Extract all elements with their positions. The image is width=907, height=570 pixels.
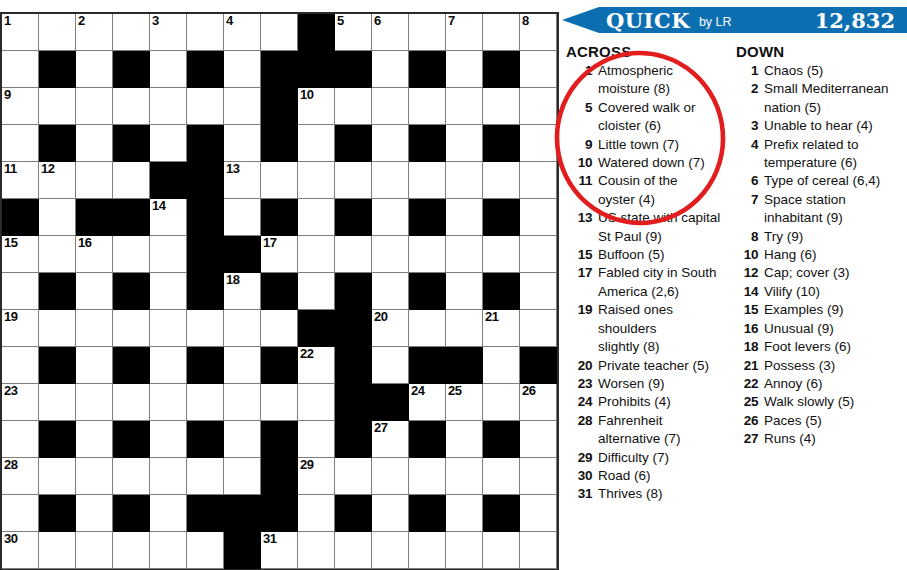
white-cell[interactable] [76,532,113,569]
clue-item[interactable]: 29Difficulty (7) [566,449,738,467]
cell-number: 2 [78,14,85,28]
white-cell[interactable] [187,384,224,421]
white-cell[interactable] [520,88,557,125]
white-cell[interactable] [150,310,187,347]
white-cell[interactable] [446,162,483,199]
clue-item[interactable]: 13US state with capital St Paul (9) [566,209,738,246]
black-cell [39,347,76,384]
clue-text: Atmospheric moisture (8) [598,62,738,99]
white-cell[interactable] [409,458,446,495]
white-cell[interactable] [446,88,483,125]
white-cell[interactable] [76,162,113,199]
clue-item[interactable]: 26Paces (5) [736,412,907,430]
clue-number: 25 [736,393,764,411]
clue-number: 26 [736,412,764,430]
white-cell[interactable] [446,236,483,273]
clue-item[interactable]: 30Road (6) [566,467,738,485]
white-cell[interactable]: 24 [409,384,446,421]
black-cell [335,421,372,458]
clue-item[interactable]: 2Small Mediterranean nation (5) [736,80,907,117]
cell-number: 19 [4,310,17,324]
clue-number: 10 [736,246,764,264]
white-cell[interactable] [298,384,335,421]
clue-item[interactable]: 22Annoy (6) [736,375,907,393]
clue-item[interactable]: 3Unable to hear (4) [736,117,907,135]
white-cell[interactable] [483,532,520,569]
white-cell[interactable] [224,88,261,125]
clue-text: Difficulty (7) [598,449,738,467]
white-cell[interactable]: 20 [372,310,409,347]
white-cell[interactable] [224,125,261,162]
clue-text: Examples (9) [764,301,907,319]
clue-item[interactable]: 16Unusual (9) [736,320,907,338]
clue-item[interactable]: 10Hang (6) [736,246,907,264]
white-cell[interactable] [409,88,446,125]
clue-item[interactable]: 15Buffoon (5) [566,246,738,264]
white-cell[interactable]: 18 [224,273,261,310]
clue-item[interactable]: 5Covered walk or cloister (6) [566,99,738,136]
clue-text: Small Mediterranean nation (5) [764,80,907,117]
black-cell [187,347,224,384]
clue-number: 15 [736,301,764,319]
white-cell[interactable] [446,273,483,310]
clue-text: Road (6) [598,467,738,485]
white-cell[interactable] [520,236,557,273]
white-cell[interactable]: 17 [261,236,298,273]
clue-text: Fahrenheit alternative (7) [598,412,738,449]
white-cell[interactable] [372,162,409,199]
black-cell [409,51,446,88]
white-cell[interactable] [2,125,39,162]
black-cell [483,421,520,458]
white-cell[interactable]: 22 [298,347,335,384]
white-cell[interactable] [335,88,372,125]
clue-item[interactable]: 6Type of cereal (6,4) [736,172,907,190]
white-cell[interactable] [150,347,187,384]
clue-text: Thrives (8) [598,485,738,503]
white-cell[interactable] [113,14,150,51]
white-cell[interactable] [335,162,372,199]
white-cell[interactable] [372,273,409,310]
white-cell[interactable] [372,199,409,236]
white-cell[interactable] [298,199,335,236]
white-cell[interactable] [483,162,520,199]
down-clue-list: 1Chaos (5)2Small Mediterranean nation (5… [736,62,907,449]
black-cell [261,495,298,532]
white-cell[interactable] [372,51,409,88]
clue-item[interactable]: 27Runs (4) [736,430,907,448]
white-cell[interactable]: 9 [2,88,39,125]
black-cell [483,273,520,310]
clue-number: 28 [566,412,598,449]
cell-number: 9 [4,88,11,102]
white-cell[interactable]: 10 [298,88,335,125]
white-cell[interactable] [150,51,187,88]
clue-number: 22 [736,375,764,393]
down-heading: DOWN [736,44,907,60]
white-cell[interactable] [446,125,483,162]
clue-number: 1 [736,62,764,80]
black-cell [261,347,298,384]
white-cell[interactable] [224,347,261,384]
clue-item[interactable]: 1Atmospheric moisture (8) [566,62,738,99]
white-cell[interactable] [113,532,150,569]
white-cell[interactable] [446,495,483,532]
cell-number: 1 [4,14,11,28]
white-cell[interactable] [150,273,187,310]
white-cell[interactable]: 8 [520,14,557,51]
cell-number: 3 [152,14,159,28]
across-clue-list: 1Atmospheric moisture (8)5Covered walk o… [566,62,738,504]
white-cell[interactable]: 2 [76,14,113,51]
black-cell [224,495,261,532]
white-cell[interactable]: 1 [2,14,39,51]
clue-number: 23 [566,375,598,393]
clue-item[interactable]: 18Foot levers (6) [736,338,907,356]
clue-item[interactable]: 15Examples (9) [736,301,907,319]
cell-number: 14 [152,199,165,213]
white-cell[interactable] [224,51,261,88]
cell-number: 13 [226,162,239,176]
white-cell[interactable] [335,458,372,495]
white-cell[interactable] [446,310,483,347]
white-cell[interactable] [224,310,261,347]
white-cell[interactable] [372,88,409,125]
white-cell[interactable] [76,51,113,88]
white-cell[interactable] [187,458,224,495]
white-cell[interactable] [76,273,113,310]
white-cell[interactable] [483,14,520,51]
puzzle-number: 12,832 [815,10,907,31]
white-cell[interactable] [372,458,409,495]
black-cell [261,458,298,495]
clue-item[interactable]: 25Walk slowly (5) [736,393,907,411]
clue-number: 13 [566,209,598,246]
clue-number: 16 [736,320,764,338]
white-cell[interactable] [446,532,483,569]
black-cell [372,384,409,421]
clue-item[interactable]: 14Vilify (10) [736,283,907,301]
clue-text: Prefix related to temperature (6) [764,136,907,173]
white-cell[interactable] [187,14,224,51]
black-cell [335,384,372,421]
white-cell[interactable] [520,458,557,495]
clue-number: 21 [736,357,764,375]
white-cell[interactable] [2,421,39,458]
clue-text: Cap; cover (3) [764,264,907,282]
white-cell[interactable]: 12 [39,162,76,199]
clue-item[interactable]: 20Private teacher (5) [566,357,738,375]
white-cell[interactable] [39,199,76,236]
clue-item[interactable]: 8Try (9) [736,228,907,246]
clue-number: 24 [566,393,598,411]
clue-text: Runs (4) [764,430,907,448]
across-heading: ACROSS [566,44,738,60]
white-cell[interactable] [446,51,483,88]
white-cell[interactable]: 29 [298,458,335,495]
black-cell [335,125,372,162]
white-cell[interactable] [39,14,76,51]
white-cell[interactable] [150,88,187,125]
white-cell[interactable] [76,347,113,384]
black-cell [39,51,76,88]
clue-item[interactable]: 12Cap; cover (3) [736,264,907,282]
black-cell [187,495,224,532]
white-cell[interactable] [298,532,335,569]
white-cell[interactable]: 19 [2,310,39,347]
white-cell[interactable] [150,532,187,569]
white-cell[interactable]: 16 [76,236,113,273]
white-cell[interactable] [261,384,298,421]
cell-number: 18 [226,273,239,287]
clue-item[interactable]: 9Little town (7) [566,136,738,154]
white-cell[interactable] [187,532,224,569]
black-cell [113,495,150,532]
white-cell[interactable]: 3 [150,14,187,51]
white-cell[interactable] [520,273,557,310]
white-cell[interactable] [520,310,557,347]
clue-item[interactable]: 11Cousin of the oyster (4) [566,172,738,209]
clue-text: Little town (7) [598,136,738,154]
clue-number: 3 [736,117,764,135]
white-cell[interactable] [409,14,446,51]
black-cell [409,199,446,236]
black-cell [261,51,298,88]
white-cell[interactable] [224,199,261,236]
black-cell [187,125,224,162]
white-cell[interactable] [298,236,335,273]
white-cell[interactable] [113,162,150,199]
clue-item[interactable]: 24Prohibits (4) [566,393,738,411]
clue-item[interactable]: 10Watered down (7) [566,154,738,172]
clue-number: 2 [736,80,764,117]
white-cell[interactable] [2,273,39,310]
black-cell [409,495,446,532]
white-cell[interactable] [187,310,224,347]
white-cell[interactable] [113,236,150,273]
clue-item[interactable]: 4Prefix related to temperature (6) [736,136,907,173]
white-cell[interactable] [76,310,113,347]
white-cell[interactable] [2,51,39,88]
white-cell[interactable] [446,458,483,495]
white-cell[interactable]: 5 [335,14,372,51]
clue-item[interactable]: 21Possess (3) [736,357,907,375]
clue-text: Prohibits (4) [598,393,738,411]
white-cell[interactable] [409,236,446,273]
white-cell[interactable] [76,125,113,162]
white-cell[interactable] [113,88,150,125]
clue-text: Type of cereal (6,4) [764,172,907,190]
white-cell[interactable]: 21 [483,310,520,347]
white-cell[interactable] [2,495,39,532]
puzzle-byline: by LR [699,15,732,29]
white-cell[interactable] [76,458,113,495]
white-cell[interactable] [150,421,187,458]
black-cell [113,347,150,384]
clue-number: 7 [736,191,764,228]
white-cell[interactable] [150,384,187,421]
black-cell [298,310,335,347]
white-cell[interactable]: 7 [446,14,483,51]
white-cell[interactable] [2,347,39,384]
cell-number: 27 [374,421,387,435]
white-cell[interactable] [261,310,298,347]
black-cell [261,273,298,310]
white-cell[interactable] [298,273,335,310]
white-cell[interactable] [224,384,261,421]
black-cell [224,236,261,273]
clue-item[interactable]: 1Chaos (5) [736,62,907,80]
white-cell[interactable] [39,532,76,569]
white-cell[interactable] [372,495,409,532]
clue-number: 9 [566,136,598,154]
white-cell[interactable] [113,458,150,495]
white-cell[interactable] [483,236,520,273]
clue-item[interactable]: 31Thrives (8) [566,485,738,503]
white-cell[interactable] [39,236,76,273]
white-cell[interactable] [39,458,76,495]
clue-number: 29 [566,449,598,467]
white-cell[interactable] [39,88,76,125]
white-cell[interactable]: 31 [261,532,298,569]
white-cell[interactable]: 6 [372,14,409,51]
black-cell [409,421,446,458]
white-cell[interactable] [446,199,483,236]
white-cell[interactable]: 11 [2,162,39,199]
clue-number: 6 [736,172,764,190]
white-cell[interactable] [298,495,335,532]
white-cell[interactable] [520,51,557,88]
white-cell[interactable] [520,199,557,236]
white-cell[interactable] [76,384,113,421]
white-cell[interactable] [483,458,520,495]
white-cell[interactable] [150,236,187,273]
white-cell[interactable] [261,14,298,51]
clue-number: 12 [736,264,764,282]
white-cell[interactable] [335,236,372,273]
white-cell[interactable] [520,495,557,532]
cell-number: 23 [4,384,17,398]
white-cell[interactable] [150,125,187,162]
black-cell [39,125,76,162]
clue-text: Hang (6) [764,246,907,264]
clue-number: 14 [736,283,764,301]
cell-number: 28 [4,458,17,472]
white-cell[interactable]: 30 [2,532,39,569]
clue-item[interactable]: 19Raised ones shoulders slightly (8) [566,301,738,356]
white-cell[interactable] [483,384,520,421]
white-cell[interactable] [372,532,409,569]
clue-text: Vilify (10) [764,283,907,301]
black-cell [113,199,150,236]
white-cell[interactable] [261,162,298,199]
crossword-grid: 1234567891011121314151617181920212223242… [0,12,559,570]
cell-number: 26 [522,384,535,398]
white-cell[interactable] [39,310,76,347]
white-cell[interactable] [446,421,483,458]
white-cell[interactable]: 25 [446,384,483,421]
white-cell[interactable] [76,88,113,125]
cell-number: 20 [374,310,387,324]
white-cell[interactable] [372,125,409,162]
black-cell [409,347,446,384]
clue-text: Walk slowly (5) [764,393,907,411]
white-cell[interactable] [298,125,335,162]
white-cell[interactable] [187,88,224,125]
clue-text: Space station inhabitant (9) [764,191,907,228]
black-cell [187,51,224,88]
black-cell [261,199,298,236]
black-cell [39,495,76,532]
clue-number: 30 [566,467,598,485]
white-cell[interactable] [409,310,446,347]
white-cell[interactable]: 27 [372,421,409,458]
cell-number: 10 [300,88,313,102]
black-cell [187,162,224,199]
white-cell[interactable] [39,384,76,421]
white-cell[interactable] [76,495,113,532]
clue-text: US state with capital St Paul (9) [598,209,738,246]
white-cell[interactable]: 14 [150,199,187,236]
white-cell[interactable] [372,236,409,273]
cell-number: 24 [411,384,424,398]
white-cell[interactable]: 26 [520,384,557,421]
clue-item[interactable]: 23Worsen (9) [566,375,738,393]
white-cell[interactable] [372,347,409,384]
white-cell[interactable] [150,495,187,532]
white-cell[interactable] [409,532,446,569]
clue-number: 18 [736,338,764,356]
clue-text: Worsen (9) [598,375,738,393]
white-cell[interactable]: 23 [2,384,39,421]
clue-item[interactable]: 7Space station inhabitant (9) [736,191,907,228]
white-cell[interactable] [150,458,187,495]
clue-item[interactable]: 28Fahrenheit alternative (7) [566,412,738,449]
clue-number: 8 [736,228,764,246]
black-cell [224,532,261,569]
white-cell[interactable]: 4 [224,14,261,51]
white-cell[interactable] [520,162,557,199]
white-cell[interactable] [520,421,557,458]
white-cell[interactable]: 13 [224,162,261,199]
page: 1234567891011121314151617181920212223242… [0,0,907,570]
cell-number: 8 [522,14,529,28]
white-cell[interactable] [483,347,520,384]
white-cell[interactable] [483,88,520,125]
white-cell[interactable] [409,162,446,199]
white-cell[interactable]: 28 [2,458,39,495]
white-cell[interactable] [113,310,150,347]
white-cell[interactable] [298,421,335,458]
black-cell [483,495,520,532]
white-cell[interactable] [520,125,557,162]
white-cell[interactable]: 15 [2,236,39,273]
white-cell[interactable] [113,384,150,421]
clue-text: Unable to hear (4) [764,117,907,135]
clue-number: 10 [566,154,598,172]
down-clues: DOWN 1Chaos (5)2Small Mediterranean nati… [736,44,907,449]
black-cell [409,125,446,162]
white-cell[interactable] [520,532,557,569]
clue-item[interactable]: 17Fabled city in South America (2,6) [566,264,738,301]
white-cell[interactable] [335,532,372,569]
white-cell[interactable] [224,421,261,458]
quick-banner: QUICK by LR 12,832 [562,7,907,33]
white-cell[interactable] [76,421,113,458]
white-cell[interactable] [298,162,335,199]
white-cell[interactable] [224,458,261,495]
clue-text: Cousin of the oyster (4) [598,172,738,209]
